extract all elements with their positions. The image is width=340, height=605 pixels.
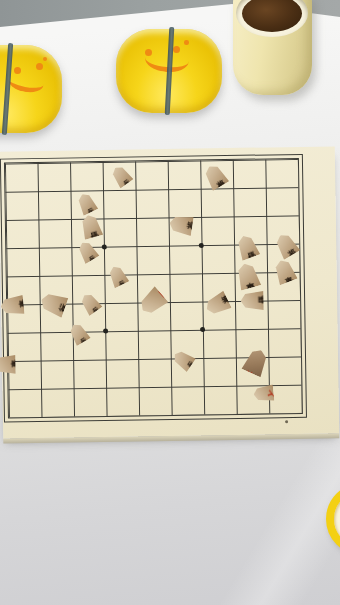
- shogi-piece[interactable]: 桂馬: [78, 212, 104, 240]
- smiley-accent-dot: [184, 40, 189, 45]
- piece-kanji: 馬: [149, 297, 156, 305]
- shogi-piece[interactable]: 飛車: [234, 261, 262, 291]
- piece-kanji: 金将: [283, 244, 290, 248]
- teacup-opening: [236, 0, 308, 37]
- smiley-accent-dot: [43, 57, 47, 61]
- shogi-board: 歩兵銀将歩兵桂馬金将歩兵桂馬金将歩兵飛車香車香車角行歩兵馬銀将桂馬歩兵香車歩兵龍…: [0, 146, 339, 438]
- shogi-piece[interactable]: 歩兵: [77, 290, 102, 316]
- piece-kanji: 飛車: [244, 276, 252, 278]
- wood-speck: [285, 420, 288, 423]
- shogi-piece[interactable]: 香車: [0, 354, 16, 374]
- piece-case-left: [0, 45, 62, 133]
- piece-kanji: 銀将: [216, 300, 219, 307]
- photo-scene: 歩兵銀将歩兵桂馬金将歩兵桂馬金将歩兵飛車香車香車角行歩兵馬銀将桂馬歩兵香車歩兵龍…: [0, 0, 340, 605]
- shogi-piece[interactable]: 金将: [272, 230, 301, 260]
- shogi-piece[interactable]: 香車: [271, 257, 298, 286]
- piece-kanji: 桂馬: [244, 246, 251, 249]
- shogi-piece[interactable]: 角行: [38, 289, 69, 318]
- teacup: [233, 0, 312, 95]
- shogi-piece[interactable]: 龍: [241, 346, 271, 378]
- piece-kanji: 歩兵: [88, 302, 94, 306]
- shogi-piece[interactable]: 歩兵: [170, 347, 196, 372]
- shogi-piece[interactable]: 銀将: [202, 290, 231, 318]
- piece-kanji: 歩兵: [115, 275, 122, 278]
- shogi-piece[interactable]: 銀将: [201, 161, 230, 191]
- piece-case-center: [116, 29, 222, 113]
- piece-kanji: 歩兵: [76, 332, 82, 336]
- piece-kanji: 香車: [13, 301, 14, 309]
- piece-kanji: 桂馬: [87, 226, 95, 228]
- shogi-piece[interactable]: 歩兵: [66, 320, 91, 346]
- shogi-piece[interactable]: 桂馬: [240, 291, 263, 311]
- piece-kanji: と: [258, 388, 272, 399]
- piece-kanji: 龍: [251, 360, 261, 364]
- rubber-band-left-case: [2, 43, 13, 135]
- piece-kanji: 歩兵: [84, 203, 91, 206]
- piece-kanji: 歩兵: [119, 174, 125, 178]
- tea-surface: [242, 0, 302, 32]
- piece-kanji: 歩兵: [85, 250, 91, 254]
- shogi-piece[interactable]: 歩兵: [75, 238, 100, 264]
- shogi-piece[interactable]: 馬: [136, 286, 169, 319]
- piece-kanji: 金将: [181, 221, 182, 229]
- piece-kanji: 角行: [53, 300, 56, 308]
- shogi-piece[interactable]: 歩兵: [108, 163, 133, 189]
- shogi-piece[interactable]: 香車: [0, 294, 25, 316]
- piece-kanji: 銀将: [212, 175, 219, 179]
- pieces-layer: 歩兵銀将歩兵桂馬金将歩兵桂馬金将歩兵飛車香車香車角行歩兵馬銀将桂馬歩兵香車歩兵龍…: [0, 146, 339, 438]
- shogi-piece[interactable]: 歩兵: [106, 263, 130, 288]
- shogi-piece[interactable]: 金将: [168, 213, 194, 236]
- shogi-piece[interactable]: と: [253, 384, 275, 403]
- shogi-piece[interactable]: 桂馬: [234, 232, 261, 261]
- piece-kanji: 香車: [281, 271, 288, 274]
- piece-kanji: 歩兵: [182, 357, 186, 363]
- shogi-piece[interactable]: 歩兵: [75, 191, 99, 216]
- smiley-smile: [6, 68, 45, 95]
- smiley-right-eye: [36, 63, 43, 70]
